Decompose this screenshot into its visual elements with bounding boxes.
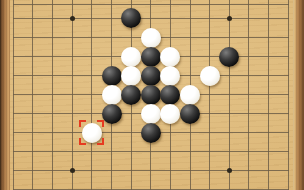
white-stone [121,47,141,67]
white-stone [180,85,200,105]
board-frame-left [0,0,10,190]
white-stone [141,28,161,48]
star-point [227,16,232,21]
grid-line-horizontal [13,170,289,171]
grid-line-horizontal [13,4,289,5]
gomoku-board-screenshot [0,0,304,190]
white-stone [160,104,180,124]
white-stone [102,85,122,105]
grid-line-horizontal [13,18,289,19]
star-point [70,16,75,21]
white-stone [121,66,141,86]
grid-line-horizontal [13,189,289,190]
star-point [70,168,75,173]
black-stone [102,66,122,86]
black-stone [180,104,200,124]
marker-corner-br [97,138,104,145]
marker-corner-bl [79,138,86,145]
marker-corner-tl [79,120,86,127]
black-stone [141,47,161,67]
last-move-marker [79,120,104,145]
black-stone [141,66,161,86]
black-stone [141,85,161,105]
black-stone [121,85,141,105]
black-stone [219,47,239,67]
black-stone [160,85,180,105]
grid-line-horizontal [13,151,289,152]
black-stone [141,123,161,143]
star-point [227,168,232,173]
white-stone [160,47,180,67]
white-stone [200,66,220,86]
gomoku-board[interactable] [10,0,294,190]
white-stone [160,66,180,86]
marker-corner-tr [97,120,104,127]
board-frame-right [293,0,304,190]
black-stone [121,8,141,28]
white-stone [141,104,161,124]
black-stone [102,104,122,124]
